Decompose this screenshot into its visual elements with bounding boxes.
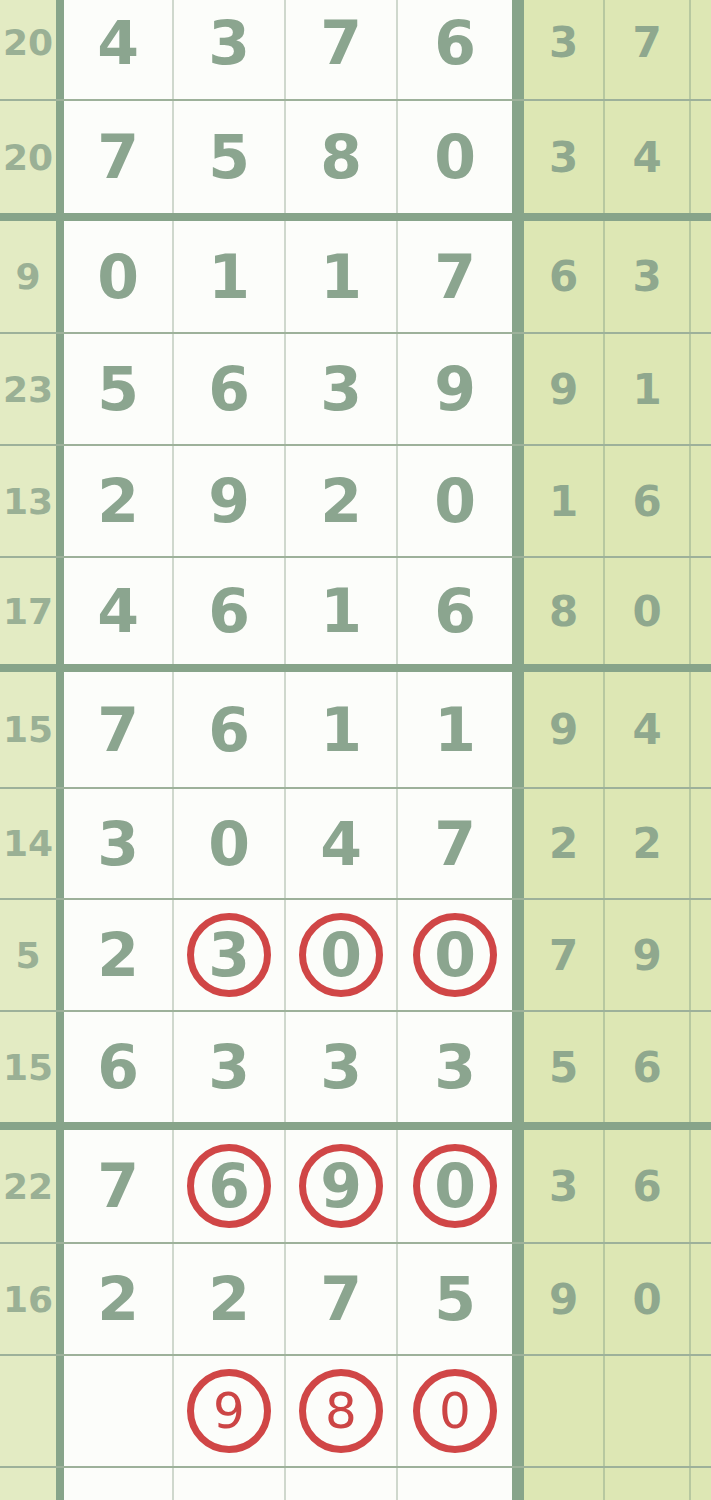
thick-vertical-border (512, 1130, 524, 1242)
digit-cell: 1 (286, 558, 398, 664)
red-circle: 6 (187, 1144, 271, 1228)
thick-vertical-border (56, 101, 64, 213)
pair-digit-cell (605, 1356, 689, 1466)
pair-digit-cell: 0 (605, 558, 689, 664)
lottery-digit-chart: 20 4 3 7 6 3 7 20 7 5 8 0 3 4 9 (0, 0, 711, 1500)
pair-digit-cell: 7 (605, 0, 689, 99)
thick-vertical-border (512, 789, 524, 898)
thick-vertical-border (512, 221, 524, 332)
digit-cell: 6 (174, 558, 286, 664)
red-circle: 0 (413, 1144, 497, 1228)
thick-vertical-border (56, 1012, 64, 1122)
digit-cell: 1 (286, 672, 398, 787)
digit-cell: 0 (64, 221, 174, 332)
pair-digit-cell: 1 (605, 334, 689, 444)
digit-cell: 1 (286, 221, 398, 332)
red-circle: 0 (413, 1369, 497, 1453)
digit-cell: 8 (286, 1356, 398, 1466)
digit-cell: 7 (286, 1244, 398, 1354)
pair-digit-cell: 4 (605, 101, 689, 213)
pair-digit-cell-cropped (689, 0, 711, 99)
digit-cell: 7 (64, 1130, 174, 1242)
digit-cell: 0 (398, 1356, 512, 1466)
digit-cell: 5 (174, 101, 286, 213)
circled-digit: 0 (434, 1151, 476, 1221)
digit-cell: 0 (286, 900, 398, 1010)
digit-cell (174, 1468, 286, 1500)
table-row-prediction: 9 8 0 (0, 1354, 711, 1466)
pair-digit-cell-cropped (689, 1244, 711, 1354)
thick-vertical-border (512, 1468, 524, 1500)
digit-cell (64, 1468, 174, 1500)
row-sum-label: 22 (0, 1130, 56, 1242)
digit-cell: 6 (398, 0, 512, 99)
digit-cell: 1 (174, 221, 286, 332)
row-sum-label: 13 (0, 446, 56, 556)
digit-cell: 0 (398, 101, 512, 213)
pair-digit-cell (524, 1468, 605, 1500)
pair-digit-cell: 9 (524, 334, 605, 444)
digit-cell: 4 (64, 558, 174, 664)
circled-digit: 9 (320, 1151, 362, 1221)
circled-digit: 0 (320, 920, 362, 990)
row-sum-label: 16 (0, 1244, 56, 1354)
digit-cell: 2 (64, 900, 174, 1010)
thick-horizontal-border (0, 1122, 711, 1130)
pair-digit-cell: 6 (605, 1130, 689, 1242)
digit-cell: 0 (174, 789, 286, 898)
pair-digit-cell: 4 (605, 672, 689, 787)
table-row: 5 2 3 0 0 7 9 (0, 898, 711, 1010)
pair-digit-cell: 0 (605, 1244, 689, 1354)
digit-cell: 5 (398, 1244, 512, 1354)
thick-vertical-border (512, 1012, 524, 1122)
table-row: 20 4 3 7 6 3 7 (0, 0, 711, 99)
table-row: 15 6 3 3 3 5 6 (0, 1010, 711, 1122)
thick-vertical-border (512, 1244, 524, 1354)
pair-digit-cell: 1 (524, 446, 605, 556)
digit-cell: 3 (174, 900, 286, 1010)
table-row: 23 5 6 3 9 9 1 (0, 332, 711, 444)
digit-cell: 9 (286, 1130, 398, 1242)
table-row: 14 3 0 4 7 2 2 (0, 787, 711, 898)
digit-cell: 6 (398, 558, 512, 664)
thick-vertical-border (512, 334, 524, 444)
pair-digit-cell: 9 (524, 1244, 605, 1354)
table-row: 9 0 1 1 7 6 3 (0, 221, 711, 332)
thick-vertical-border (56, 900, 64, 1010)
digit-cell: 3 (286, 334, 398, 444)
row-sum-label: 9 (0, 221, 56, 332)
digit-cell: 5 (64, 334, 174, 444)
thick-vertical-border (56, 672, 64, 787)
pair-digit-cell: 9 (605, 900, 689, 1010)
red-circle: 8 (299, 1369, 383, 1453)
digit-cell (398, 1468, 512, 1500)
row-sum-label (0, 1468, 56, 1500)
table-row: 17 4 6 1 6 8 0 (0, 556, 711, 664)
digit-cell (286, 1468, 398, 1500)
pair-digit-cell-cropped (689, 101, 711, 213)
circled-digit: 9 (213, 1382, 245, 1440)
row-sum-label: 17 (0, 558, 56, 664)
pair-digit-cell (524, 1356, 605, 1466)
table-row: 15 7 6 1 1 9 4 (0, 672, 711, 787)
digit-cell: 6 (174, 334, 286, 444)
pair-digit-cell-cropped (689, 900, 711, 1010)
thick-vertical-border (56, 558, 64, 664)
row-sum-label: 5 (0, 900, 56, 1010)
digit-cell: 3 (286, 1012, 398, 1122)
red-circle: 9 (299, 1144, 383, 1228)
digit-cell (64, 1356, 174, 1466)
digit-cell: 6 (174, 1130, 286, 1242)
table-row: 20 7 5 8 0 3 4 (0, 99, 711, 213)
pair-digit-cell-cropped (689, 221, 711, 332)
digit-cell: 0 (398, 1130, 512, 1242)
digit-cell: 0 (398, 900, 512, 1010)
digit-cell: 3 (174, 0, 286, 99)
pair-digit-cell-cropped (689, 789, 711, 898)
digit-cell: 7 (64, 101, 174, 213)
table-row: 13 2 9 2 0 1 6 (0, 444, 711, 556)
digit-cell: 9 (174, 1356, 286, 1466)
digit-cell: 9 (398, 334, 512, 444)
pair-digit-cell-cropped (689, 334, 711, 444)
digit-cell: 2 (286, 446, 398, 556)
row-sum-label (0, 1356, 56, 1466)
red-circle: 0 (299, 913, 383, 997)
row-sum-label: 23 (0, 334, 56, 444)
digit-cell: 4 (286, 789, 398, 898)
pair-digit-cell: 3 (524, 101, 605, 213)
digit-cell: 9 (174, 446, 286, 556)
table-row (0, 1466, 711, 1500)
row-sum-label: 20 (0, 101, 56, 213)
thick-vertical-border (512, 446, 524, 556)
red-circle: 0 (413, 913, 497, 997)
pair-digit-cell: 3 (605, 221, 689, 332)
digit-cell: 7 (398, 221, 512, 332)
thick-vertical-border (56, 221, 64, 332)
thick-vertical-border (56, 446, 64, 556)
circled-digit: 0 (434, 920, 476, 990)
pair-digit-cell: 2 (605, 789, 689, 898)
digit-cell: 6 (174, 672, 286, 787)
thick-vertical-border (512, 558, 524, 664)
number-table: 20 4 3 7 6 3 7 20 7 5 8 0 3 4 9 (0, 0, 711, 1500)
pair-digit-cell (605, 1468, 689, 1500)
digit-cell: 7 (398, 789, 512, 898)
digit-cell: 3 (398, 1012, 512, 1122)
pair-digit-cell-cropped (689, 1130, 711, 1242)
digit-cell: 3 (174, 1012, 286, 1122)
table-row: 16 2 2 7 5 9 0 (0, 1242, 711, 1354)
digit-cell: 2 (64, 1244, 174, 1354)
circled-digit: 6 (208, 1151, 250, 1221)
thick-vertical-border (512, 672, 524, 787)
pair-digit-cell: 9 (524, 672, 605, 787)
digit-cell: 2 (174, 1244, 286, 1354)
thick-vertical-border (512, 900, 524, 1010)
pair-digit-cell: 7 (524, 900, 605, 1010)
row-sum-label: 15 (0, 672, 56, 787)
row-sum-label: 20 (0, 0, 56, 99)
row-sum-label: 14 (0, 789, 56, 898)
thick-vertical-border (56, 1130, 64, 1242)
pair-digit-cell-cropped (689, 672, 711, 787)
pair-digit-cell-cropped (689, 558, 711, 664)
circled-digit: 3 (208, 920, 250, 990)
pair-digit-cell-cropped (689, 1356, 711, 1466)
digit-cell: 1 (398, 672, 512, 787)
thick-vertical-border (56, 1468, 64, 1500)
pair-digit-cell-cropped (689, 1468, 711, 1500)
circled-digit: 8 (325, 1382, 357, 1440)
row-sum-label: 15 (0, 1012, 56, 1122)
pair-digit-cell: 6 (605, 446, 689, 556)
circled-digit: 0 (439, 1382, 471, 1440)
thick-vertical-border (56, 1356, 64, 1466)
pair-digit-cell: 3 (524, 0, 605, 99)
digit-cell: 4 (64, 0, 174, 99)
thick-vertical-border (512, 101, 524, 213)
pair-digit-cell: 3 (524, 1130, 605, 1242)
red-circle: 9 (187, 1369, 271, 1453)
pair-digit-cell: 6 (605, 1012, 689, 1122)
pair-digit-cell: 8 (524, 558, 605, 664)
table-row: 22 7 6 9 0 3 6 (0, 1130, 711, 1242)
pair-digit-cell-cropped (689, 1012, 711, 1122)
thick-vertical-border (512, 1356, 524, 1466)
pair-digit-cell: 5 (524, 1012, 605, 1122)
pair-digit-cell: 6 (524, 221, 605, 332)
thick-horizontal-border (0, 213, 711, 221)
thick-vertical-border (512, 0, 524, 99)
digit-cell: 8 (286, 101, 398, 213)
digit-cell: 7 (64, 672, 174, 787)
digit-cell: 3 (64, 789, 174, 898)
digit-cell: 6 (64, 1012, 174, 1122)
digit-cell: 7 (286, 0, 398, 99)
thick-vertical-border (56, 1244, 64, 1354)
digit-cell: 0 (398, 446, 512, 556)
thick-horizontal-border (0, 664, 711, 672)
pair-digit-cell: 2 (524, 789, 605, 898)
digit-cell: 2 (64, 446, 174, 556)
thick-vertical-border (56, 789, 64, 898)
red-circle: 3 (187, 913, 271, 997)
thick-vertical-border (56, 0, 64, 99)
pair-digit-cell-cropped (689, 446, 711, 556)
thick-vertical-border (56, 334, 64, 444)
